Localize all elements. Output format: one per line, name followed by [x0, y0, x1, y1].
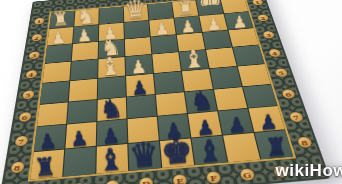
square-c4[interactable]: ♝ [98, 57, 125, 78]
black-bishop[interactable]: ♝ [97, 144, 126, 176]
square-b5[interactable] [69, 79, 97, 102]
square-d5[interactable]: ♟ [126, 74, 155, 96]
photo-canvas: 12345678 12345678 ABCDEFGH ♜♞♛♜♚♟♟♟♟♟♟♟♞… [0, 0, 342, 184]
chess-board: 12345678 12345678 ABCDEFGH ♜♞♛♜♚♟♟♟♟♟♟♟♞… [0, 0, 330, 184]
square-d8[interactable]: ♛ [128, 141, 161, 171]
square-d1[interactable]: ♛ [124, 4, 149, 22]
white-pawn[interactable]: ♟ [130, 58, 148, 77]
square-h4[interactable] [233, 45, 264, 65]
square-e6[interactable] [156, 92, 187, 116]
square-g5[interactable] [210, 67, 242, 89]
square-f6[interactable]: ♞ [185, 89, 217, 113]
square-b3[interactable] [72, 42, 98, 62]
rank-medallion-left-7: 7 [13, 134, 29, 147]
black-pawn[interactable]: ♟ [38, 131, 58, 153]
square-a1[interactable]: ♜ [49, 11, 74, 29]
square-c1[interactable] [99, 6, 123, 24]
file-medallion-bottom-G: G [238, 167, 257, 182]
square-h5[interactable] [238, 64, 271, 86]
square-h7[interactable]: ♟ [249, 106, 285, 132]
square-b8[interactable] [63, 147, 95, 177]
white-pawn[interactable]: ♟ [154, 20, 170, 38]
black-queen[interactable]: ♛ [128, 138, 160, 174]
square-f8[interactable]: ♝ [192, 136, 228, 165]
square-e5[interactable] [154, 71, 184, 93]
square-b1[interactable]: ♞ [74, 9, 98, 27]
rank-medallion-right-5: 5 [273, 67, 289, 78]
square-a3[interactable] [45, 44, 72, 64]
rank-medallion-left-1: 1 [33, 17, 46, 25]
square-h2[interactable]: ♟ [224, 12, 253, 30]
square-f4[interactable]: ♝ [179, 50, 208, 71]
white-pawn[interactable]: ♟ [180, 17, 196, 35]
white-pawn[interactable]: ♟ [206, 15, 222, 33]
rank-medallion-left-2: 2 [30, 33, 43, 42]
file-medallion-bottom-E: E [171, 173, 188, 184]
rank-medallion-right-7: 7 [287, 111, 305, 123]
square-a7[interactable]: ♟ [34, 125, 66, 151]
black-pawn[interactable]: ♟ [227, 114, 247, 136]
square-g2[interactable]: ♟ [199, 14, 227, 32]
square-f2[interactable]: ♟ [174, 16, 201, 34]
square-b7[interactable]: ♟ [65, 122, 96, 148]
white-pawn[interactable]: ♟ [51, 29, 67, 47]
rank-medallion-left-6: 6 [17, 111, 32, 123]
white-bishop[interactable]: ♝ [98, 53, 122, 80]
square-h3[interactable] [229, 28, 259, 47]
file-medallion-bottom-C: C [105, 178, 121, 184]
rank-medallion-right-1: 1 [251, 0, 265, 6]
rank-medallion-right-6: 6 [279, 88, 296, 99]
rank-medallion-right-4: 4 [267, 48, 283, 58]
square-b6[interactable] [67, 100, 97, 124]
square-a5[interactable] [40, 81, 69, 104]
black-knight[interactable]: ♞ [98, 95, 123, 123]
square-e3[interactable] [151, 35, 178, 54]
white-pawn[interactable]: ♟ [232, 13, 248, 31]
rank-medallion-right-2: 2 [255, 14, 269, 23]
square-e1[interactable] [148, 2, 173, 20]
square-g7[interactable]: ♟ [218, 109, 253, 135]
file-medallion-bottom-B: B [71, 181, 87, 184]
square-g4[interactable] [206, 48, 236, 68]
black-knight[interactable]: ♞ [189, 87, 214, 115]
square-h6[interactable] [243, 84, 278, 108]
rank-medallion-right-8: 8 [295, 135, 314, 149]
square-c8[interactable]: ♝ [96, 144, 128, 174]
black-rook[interactable]: ♜ [33, 155, 57, 182]
square-g8[interactable] [223, 133, 260, 162]
black-pawn[interactable]: ♟ [259, 112, 279, 134]
rank-medallion-right-3: 3 [261, 30, 276, 39]
square-g3[interactable] [203, 30, 232, 49]
file-medallion-bottom-D: D [138, 175, 154, 184]
white-queen[interactable]: ♛ [123, 0, 148, 24]
square-e2[interactable]: ♟ [149, 18, 175, 36]
square-c6[interactable]: ♞ [97, 97, 126, 121]
white-bishop[interactable]: ♝ [182, 46, 206, 73]
square-d6[interactable] [127, 95, 157, 119]
square-a8[interactable]: ♜ [30, 150, 64, 180]
file-medallion-bottom-F: F [204, 170, 222, 184]
square-a2[interactable]: ♟ [47, 27, 73, 45]
square-b2[interactable]: ♟ [73, 25, 98, 43]
black-rook[interactable]: ♜ [264, 134, 288, 161]
black-pawn[interactable]: ♟ [70, 128, 90, 150]
square-d4[interactable]: ♟ [125, 55, 153, 76]
black-king[interactable]: ♚ [160, 132, 195, 170]
board-tilt-wrapper: 12345678 12345678 ABCDEFGH ♜♞♛♜♚♟♟♟♟♟♟♟♞… [7, 0, 301, 184]
square-a6[interactable] [37, 102, 68, 126]
rank-medallion-left-4: 4 [24, 69, 38, 79]
playing-area: ♜♞♛♜♚♟♟♟♟♟♟♟♞♝♟♝♟♞♞♟♟♟♟♟♟♟♜♝♛♚♝♜ [28, 0, 296, 182]
square-b4[interactable] [70, 59, 97, 80]
board-grid: ♜♞♛♜♚♟♟♟♟♟♟♟♞♝♟♝♟♞♞♟♟♟♟♟♟♟♜♝♛♚♝♜ [30, 0, 293, 180]
rank-medallion-left-8: 8 [9, 160, 26, 174]
square-d2[interactable] [124, 20, 150, 38]
square-g6[interactable] [214, 87, 247, 111]
square-a4[interactable] [42, 62, 70, 83]
square-e8[interactable]: ♚ [160, 138, 194, 168]
rank-medallion-left-3: 3 [27, 51, 41, 61]
rank-medallion-left-5: 5 [21, 89, 36, 100]
square-h8[interactable]: ♜ [255, 130, 294, 159]
wikihow-watermark: wikiHow [275, 161, 342, 181]
white-pawn[interactable]: ♟ [77, 26, 93, 44]
square-e4[interactable] [152, 52, 181, 73]
square-d3[interactable] [125, 37, 151, 56]
black-bishop[interactable]: ♝ [196, 135, 225, 167]
black-pawn[interactable]: ♟ [131, 78, 149, 98]
